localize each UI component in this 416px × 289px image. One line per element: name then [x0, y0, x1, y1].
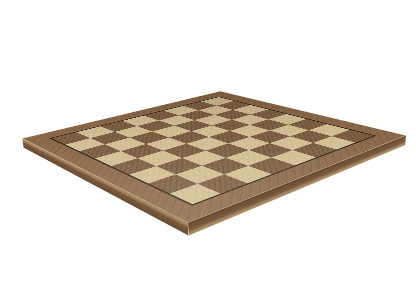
square-e3 [163, 144, 206, 158]
square-h5 [271, 150, 316, 165]
square-e4 [187, 137, 228, 150]
playing-field [49, 97, 376, 206]
square-g3 [202, 158, 248, 175]
square-e2 [138, 151, 182, 166]
square-h6 [292, 143, 336, 157]
square-f5 [228, 137, 270, 150]
square-g6 [270, 136, 312, 149]
square-g5 [249, 143, 293, 157]
square-h1 [169, 183, 221, 204]
square-d3 [146, 137, 187, 150]
square-c1 [79, 144, 121, 158]
square-h4 [248, 157, 295, 174]
square-f3 [182, 150, 226, 165]
product-photo-background [0, 0, 416, 289]
square-f4 [206, 143, 249, 157]
chess-board [22, 91, 406, 223]
square-d2 [121, 144, 163, 158]
square-f1 [129, 166, 176, 184]
square-g1 [148, 174, 197, 193]
camera-roll-wrapper [0, 0, 416, 289]
square-g4 [226, 150, 271, 165]
square-h2 [198, 174, 248, 193]
board-frame [22, 91, 406, 223]
square-e1 [111, 158, 156, 174]
square-g2 [176, 166, 224, 184]
square-h7 [313, 136, 356, 150]
square-d1 [95, 151, 138, 166]
square-f2 [156, 158, 202, 174]
perspective-scene [0, 0, 416, 289]
square-h3 [224, 166, 272, 184]
